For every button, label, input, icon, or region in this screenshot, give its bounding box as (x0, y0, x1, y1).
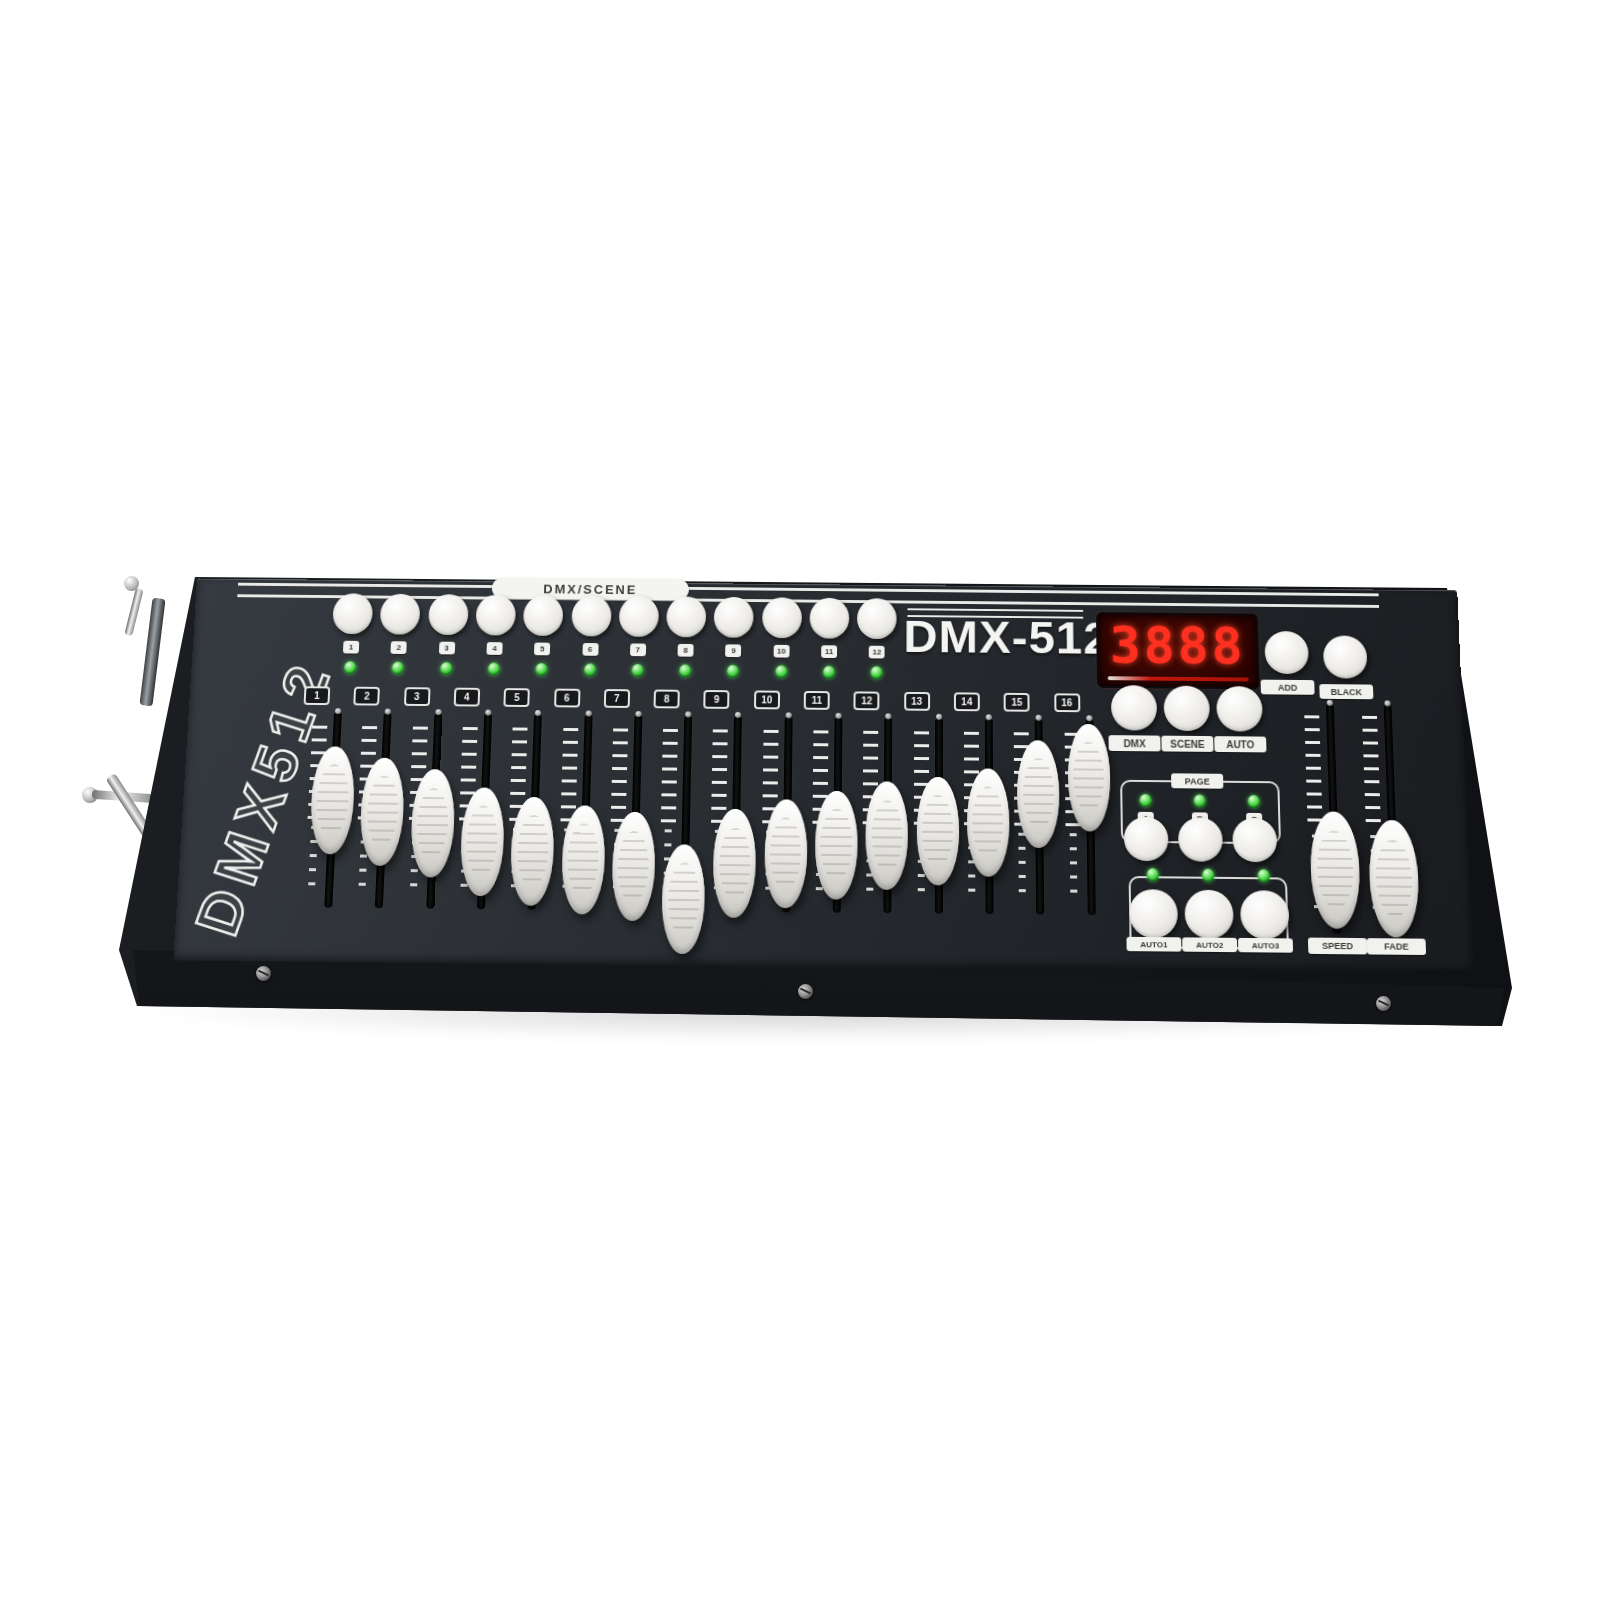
fader-number-label: 1 (304, 686, 331, 705)
scene-led (631, 664, 643, 677)
mode-button-dmx[interactable] (1111, 685, 1157, 731)
page-led (1193, 794, 1205, 807)
fader-number-label: 9 (704, 690, 730, 709)
utility-button-black[interactable] (1323, 635, 1368, 678)
fader-number-label: 5 (504, 688, 530, 707)
mode-button-label: AUTO (1214, 736, 1266, 752)
auto-button-1[interactable] (1129, 889, 1178, 938)
product-photo: DMX512 DMX/SCENE DMX-512 3888 1234567891… (0, 0, 1600, 1600)
fader-number-label: 2 (354, 687, 381, 706)
utility-button-add[interactable] (1264, 631, 1309, 674)
screw (256, 966, 271, 981)
scene-led (727, 665, 739, 678)
auto-led (1257, 869, 1269, 882)
scene-button-1[interactable] (332, 593, 373, 634)
auto-button-2[interactable] (1184, 890, 1234, 939)
screw (798, 984, 813, 999)
scene-led (583, 663, 595, 676)
auto-button-label: AUTO3 (1238, 938, 1293, 953)
fader-number-label: 16 (1054, 693, 1080, 712)
page-title: PAGE (1171, 773, 1223, 788)
channel-fader-13: 13 (901, 692, 958, 965)
channel-fader-14: 14 (952, 692, 1009, 965)
fader-number-label: 13 (904, 692, 930, 711)
led-display: 3888 (1096, 612, 1260, 689)
fader-number-label: 7 (604, 689, 630, 708)
scene-led (344, 661, 357, 674)
control-panel: DMX512 DMX/SCENE DMX-512 3888 1234567891… (173, 578, 1473, 972)
scene-button-9[interactable] (714, 597, 754, 638)
auto-button-label: AUTO1 (1126, 937, 1181, 952)
mode-button-auto[interactable] (1216, 686, 1263, 732)
fader-number-label: 6 (554, 689, 580, 708)
scene-button-number: 10 (773, 645, 789, 658)
screw (1376, 996, 1391, 1011)
scene-button-8[interactable] (666, 596, 706, 637)
scene-led (871, 666, 883, 679)
mounting-bracket-top-arm (139, 598, 165, 707)
fader-cap[interactable] (1067, 724, 1110, 832)
scene-button-5[interactable] (523, 595, 564, 636)
page-button-b[interactable] (1178, 817, 1223, 862)
mode-button-label: DMX (1109, 735, 1161, 751)
scene-button-number: 2 (391, 641, 407, 654)
mode-button-label: SCENE (1161, 736, 1213, 752)
auto-led (1202, 869, 1214, 882)
fader-number-label: 3 (404, 687, 431, 706)
master-fader-label: FADE (1367, 938, 1426, 955)
fader-number-label: 12 (854, 691, 880, 710)
master-fader-cap-fade[interactable] (1368, 820, 1421, 938)
fader-number-label: 15 (1004, 693, 1030, 712)
mode-button-scene[interactable] (1163, 686, 1210, 732)
fader-number-label: 11 (804, 691, 830, 710)
scene-led (392, 662, 404, 675)
scene-led (488, 663, 500, 676)
utility-button-label: ADD (1261, 680, 1315, 695)
scene-button-11[interactable] (809, 598, 849, 639)
scene-button-number: 7 (630, 643, 646, 656)
scene-button-number: 12 (869, 646, 885, 659)
scene-led (823, 666, 835, 679)
scene-button-7[interactable] (618, 596, 659, 637)
scene-button-10[interactable] (762, 597, 802, 638)
scene-led (679, 664, 691, 677)
scene-button-number: 9 (725, 644, 741, 657)
led-display-digits: 3888 (1098, 616, 1258, 676)
auto-button-label: AUTO2 (1182, 937, 1237, 952)
scene-button-12[interactable] (857, 598, 897, 639)
fader-number-label: 14 (954, 692, 980, 711)
scene-button-number: 4 (486, 642, 502, 655)
scene-button-4[interactable] (475, 595, 516, 636)
scene-led (775, 665, 787, 678)
fader-number-label: 10 (754, 690, 780, 709)
scene-led (535, 663, 547, 676)
auto-led (1147, 868, 1159, 881)
scene-button-number: 11 (821, 645, 837, 658)
scene-button-3[interactable] (427, 594, 468, 635)
channel-fader-16: 16 (1052, 693, 1111, 966)
scene-button-number: 3 (439, 642, 455, 655)
scene-button-6[interactable] (571, 595, 612, 636)
utility-button-label: BLACK (1319, 684, 1373, 699)
led-display-underline (1108, 676, 1249, 681)
mounting-bracket-top-pin (124, 588, 143, 637)
scene-button-number: 1 (343, 641, 359, 654)
channel-fader-11: 11 (799, 691, 858, 964)
scene-button-number: 6 (582, 643, 598, 656)
scene-button-2[interactable] (380, 594, 421, 635)
page-led (1248, 795, 1260, 808)
page-led (1139, 794, 1151, 807)
channel-fader-12: 12 (850, 691, 908, 964)
fader-number-label: 4 (454, 688, 481, 707)
scene-button-number: 5 (534, 643, 550, 656)
page-button-c[interactable] (1232, 818, 1277, 863)
auto-button-3[interactable] (1240, 890, 1290, 939)
model-name: DMX-512 (903, 610, 1111, 664)
page-button-a[interactable] (1124, 817, 1169, 862)
master-fader-label: SPEED (1308, 938, 1367, 955)
fader-number-label: 8 (654, 690, 680, 709)
scene-button-number: 8 (678, 644, 694, 657)
scene-led (440, 662, 452, 675)
